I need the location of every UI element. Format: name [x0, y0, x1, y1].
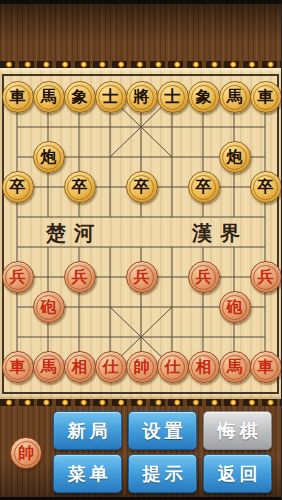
board-point[interactable]: [95, 262, 126, 292]
board-point[interactable]: 士: [95, 82, 126, 112]
board-point[interactable]: [33, 322, 64, 352]
piece-ring: 砲: [36, 295, 61, 320]
top-wood-frame: [0, 0, 281, 62]
piece-label: 車: [258, 359, 274, 375]
piece-label: 士: [165, 89, 181, 105]
piece-red[interactable]: 仕: [95, 351, 127, 383]
board-point[interactable]: [95, 292, 126, 322]
board-point[interactable]: 仕: [95, 352, 126, 382]
piece-ring: 車: [5, 355, 30, 380]
board-point[interactable]: [95, 232, 126, 262]
piece-red[interactable]: 相: [188, 351, 220, 383]
piece-ring: 帥: [129, 355, 154, 380]
board-point[interactable]: [157, 322, 188, 352]
board-point[interactable]: 馬: [219, 352, 250, 382]
piece-label: 象: [72, 89, 88, 105]
board-point[interactable]: [33, 112, 64, 142]
piece-ring: 卒: [191, 175, 216, 200]
board-point[interactable]: [95, 142, 126, 172]
stud-strip-top: [0, 61, 281, 68]
board-point[interactable]: [64, 292, 95, 322]
piece-ring: 將: [129, 85, 154, 110]
board-point[interactable]: 兵: [188, 262, 219, 292]
board-point[interactable]: [64, 322, 95, 352]
piece-label: 車: [10, 89, 26, 105]
piece-label: 兵: [10, 269, 26, 285]
undo-move-button[interactable]: 悔棋: [203, 411, 272, 450]
piece-red[interactable]: 兵: [64, 261, 96, 293]
turn-indicator-badge: 帥: [10, 437, 42, 469]
piece-ring: 兵: [67, 265, 92, 290]
board-point[interactable]: [250, 142, 281, 172]
piece-label: 馬: [41, 89, 57, 105]
board-point[interactable]: 象: [64, 82, 95, 112]
piece-label: 卒: [72, 179, 88, 195]
board-point[interactable]: [157, 232, 188, 262]
piece-label: 砲: [41, 299, 57, 315]
piece-ring: 帥: [14, 441, 39, 466]
board-point[interactable]: [219, 172, 250, 202]
piece-black[interactable]: 炮: [33, 141, 65, 173]
piece-ring: 炮: [36, 145, 61, 170]
piece-label: 卒: [134, 179, 150, 195]
board-point[interactable]: [2, 202, 33, 232]
board-point[interactable]: [250, 112, 281, 142]
piece-ring: 車: [5, 85, 30, 110]
back-button[interactable]: 返回: [203, 454, 272, 493]
board-point[interactable]: [188, 232, 219, 262]
piece-ring: 馬: [36, 85, 61, 110]
piece-red[interactable]: 車: [250, 351, 282, 383]
piece-ring: 馬: [222, 355, 247, 380]
piece-black[interactable]: 士: [95, 81, 127, 113]
board-point[interactable]: 砲: [219, 292, 250, 322]
piece-red[interactable]: 相: [64, 351, 96, 383]
board-point[interactable]: 卒: [188, 172, 219, 202]
piece-black[interactable]: 馬: [33, 81, 65, 113]
board-point[interactable]: [33, 172, 64, 202]
piece-label: 士: [103, 89, 119, 105]
board-point[interactable]: [157, 112, 188, 142]
piece-red[interactable]: 砲: [219, 291, 251, 323]
board-point[interactable]: [219, 112, 250, 142]
piece-ring: 士: [98, 85, 123, 110]
piece-red[interactable]: 兵: [250, 261, 282, 293]
piece-ring: 卒: [5, 175, 30, 200]
board-point[interactable]: [188, 142, 219, 172]
board-point[interactable]: [2, 142, 33, 172]
piece-black[interactable]: 卒: [64, 171, 96, 203]
piece-black[interactable]: 炮: [219, 141, 251, 173]
piece-red[interactable]: 帥: [126, 351, 158, 383]
board-point[interactable]: [219, 322, 250, 352]
piece-label: 卒: [10, 179, 26, 195]
board-point[interactable]: [250, 322, 281, 352]
board-point[interactable]: 車: [2, 352, 33, 382]
piece-label: 象: [196, 89, 212, 105]
board-point[interactable]: 卒: [2, 172, 33, 202]
piece-label: 炮: [41, 149, 57, 165]
piece-label: 卒: [196, 179, 212, 195]
board-point[interactable]: [126, 202, 157, 232]
board-point[interactable]: [126, 292, 157, 322]
board-point[interactable]: [64, 232, 95, 262]
piece-black[interactable]: 卒: [2, 171, 34, 203]
piece-ring: 象: [191, 85, 216, 110]
board-point[interactable]: 卒: [64, 172, 95, 202]
board-point[interactable]: 兵: [2, 262, 33, 292]
piece-label: 卒: [258, 179, 274, 195]
board-point[interactable]: [33, 202, 64, 232]
board-point[interactable]: [64, 112, 95, 142]
board-point[interactable]: [250, 232, 281, 262]
board-point[interactable]: [188, 292, 219, 322]
board-point[interactable]: 炮: [219, 142, 250, 172]
board-point[interactable]: 炮: [33, 142, 64, 172]
xiangqi-app-screen: 楚河 漢界 車馬象士將士象馬車炮炮卒卒卒卒卒兵兵兵兵兵砲砲車馬相仕帥仕相馬車 帥…: [0, 0, 281, 500]
board-point[interactable]: 相: [188, 352, 219, 382]
board-point[interactable]: [157, 292, 188, 322]
piece-black[interactable]: 車: [2, 81, 34, 113]
piece-ring: 相: [67, 355, 92, 380]
piece-ring: 兵: [253, 265, 278, 290]
piece-label: 砲: [227, 299, 243, 315]
board-point[interactable]: [126, 322, 157, 352]
piece-ring: 馬: [36, 355, 61, 380]
piece-label: 兵: [72, 269, 88, 285]
piece-black[interactable]: 卒: [188, 171, 220, 203]
piece-ring: 車: [253, 85, 278, 110]
board-point[interactable]: [2, 322, 33, 352]
piece-ring: 仕: [160, 355, 185, 380]
hint-button[interactable]: 提示: [128, 454, 197, 493]
piece-black[interactable]: 象: [188, 81, 220, 113]
board-point[interactable]: [95, 322, 126, 352]
board-point[interactable]: 士: [157, 82, 188, 112]
piece-ring: 象: [67, 85, 92, 110]
board-point[interactable]: [157, 262, 188, 292]
piece-label: 兵: [134, 269, 150, 285]
piece-red[interactable]: 兵: [188, 261, 220, 293]
board-point[interactable]: [2, 232, 33, 262]
board-point[interactable]: 卒: [250, 172, 281, 202]
piece-black[interactable]: 車: [250, 81, 282, 113]
board-point[interactable]: [219, 262, 250, 292]
piece-ring: 兵: [5, 265, 30, 290]
settings-button[interactable]: 设置: [128, 411, 197, 450]
piece-label: 車: [258, 89, 274, 105]
piece-black[interactable]: 將: [126, 81, 158, 113]
piece-label: 仕: [165, 359, 181, 375]
piece-label: 馬: [41, 359, 57, 375]
stud-strip-bottom: [0, 399, 281, 406]
piece-ring: 砲: [222, 295, 247, 320]
piece-label: 車: [10, 359, 26, 375]
board-point[interactable]: 馬: [33, 352, 64, 382]
board-point[interactable]: [157, 172, 188, 202]
piece-ring: 兵: [129, 265, 154, 290]
board-point[interactable]: 馬: [219, 82, 250, 112]
piece-black[interactable]: 馬: [219, 81, 251, 113]
board-point[interactable]: [188, 202, 219, 232]
board-point[interactable]: [95, 202, 126, 232]
piece-label: 相: [196, 359, 212, 375]
piece-label: 馬: [227, 89, 243, 105]
piece-black[interactable]: 象: [64, 81, 96, 113]
piece-red[interactable]: 兵: [2, 261, 34, 293]
piece-label: 馬: [227, 359, 243, 375]
piece-label: 相: [72, 359, 88, 375]
board-point[interactable]: 車: [250, 82, 281, 112]
piece-red[interactable]: 兵: [126, 261, 158, 293]
board-point[interactable]: [33, 232, 64, 262]
board-point[interactable]: 將: [126, 82, 157, 112]
top-black-bar: [0, 0, 281, 4]
piece-ring: 相: [191, 355, 216, 380]
board-point[interactable]: [95, 112, 126, 142]
board-point[interactable]: 卒: [126, 172, 157, 202]
board-point[interactable]: [188, 322, 219, 352]
board-point[interactable]: [126, 112, 157, 142]
board-point[interactable]: [2, 292, 33, 322]
piece-red[interactable]: 砲: [33, 291, 65, 323]
piece-ring: 卒: [129, 175, 154, 200]
board-point[interactable]: 車: [2, 82, 33, 112]
board-point[interactable]: 兵: [126, 262, 157, 292]
board-point[interactable]: [95, 172, 126, 202]
xiangqi-board: 車馬象士將士象馬車炮炮卒卒卒卒卒兵兵兵兵兵砲砲車馬相仕帥仕相馬車: [2, 82, 281, 382]
piece-black[interactable]: 士: [157, 81, 189, 113]
turn-indicator-label: 帥: [18, 445, 34, 461]
board-point[interactable]: [157, 202, 188, 232]
piece-ring: 車: [253, 355, 278, 380]
piece-label: 帥: [134, 359, 150, 375]
board-point[interactable]: 車: [250, 352, 281, 382]
board-point[interactable]: [64, 202, 95, 232]
piece-label: 炮: [227, 149, 243, 165]
new-game-button[interactable]: 新局: [53, 411, 122, 450]
board-point[interactable]: [219, 232, 250, 262]
piece-black[interactable]: 卒: [250, 171, 282, 203]
piece-label: 兵: [196, 269, 212, 285]
turn-indicator-piece: 帥: [10, 437, 42, 469]
board-point[interactable]: [157, 142, 188, 172]
menu-button[interactable]: 菜单: [53, 454, 122, 493]
piece-black[interactable]: 卒: [126, 171, 158, 203]
piece-ring: 馬: [222, 85, 247, 110]
piece-label: 仕: [103, 359, 119, 375]
board-point[interactable]: 相: [64, 352, 95, 382]
piece-label: 將: [134, 89, 150, 105]
piece-ring: 兵: [191, 265, 216, 290]
board-point[interactable]: [33, 262, 64, 292]
board-point[interactable]: 砲: [33, 292, 64, 322]
board-point[interactable]: [250, 292, 281, 322]
board-point[interactable]: [126, 142, 157, 172]
board-point[interactable]: 仕: [157, 352, 188, 382]
board-point[interactable]: [64, 142, 95, 172]
piece-ring: 炮: [222, 145, 247, 170]
piece-ring: 士: [160, 85, 185, 110]
board-point[interactable]: 兵: [64, 262, 95, 292]
piece-red[interactable]: 馬: [33, 351, 65, 383]
board-point[interactable]: 馬: [33, 82, 64, 112]
piece-red[interactable]: 馬: [219, 351, 251, 383]
board-point[interactable]: [188, 112, 219, 142]
board-point[interactable]: [250, 202, 281, 232]
board-point[interactable]: 兵: [250, 262, 281, 292]
piece-ring: 卒: [253, 175, 278, 200]
piece-label: 兵: [258, 269, 274, 285]
board-point[interactable]: [219, 202, 250, 232]
piece-red[interactable]: 仕: [157, 351, 189, 383]
board-point[interactable]: [2, 112, 33, 142]
piece-red[interactable]: 車: [2, 351, 34, 383]
board-point[interactable]: 象: [188, 82, 219, 112]
piece-ring: 卒: [67, 175, 92, 200]
board-point[interactable]: [126, 232, 157, 262]
piece-ring: 仕: [98, 355, 123, 380]
board-point[interactable]: 帥: [126, 352, 157, 382]
